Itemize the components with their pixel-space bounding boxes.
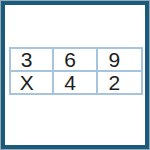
- grid-cell-r1c2[interactable]: 6: [54, 49, 97, 72]
- grid-cell-r1c1[interactable]: 3: [11, 49, 54, 72]
- number-grid: 3 6 9 X 4 2: [9, 47, 143, 95]
- grid-cell-r2c2[interactable]: 4: [54, 72, 97, 93]
- grid-cell-r2c3[interactable]: 2: [98, 72, 141, 93]
- puzzle-card: 3 6 9 X 4 2: [0, 0, 150, 150]
- grid-cell-r2c1-unknown[interactable]: X: [11, 72, 54, 93]
- grid-cell-r1c3[interactable]: 9: [98, 49, 141, 72]
